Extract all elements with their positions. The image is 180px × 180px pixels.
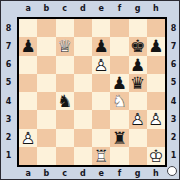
square-d1[interactable]: [74, 147, 92, 165]
coord-label-6: 6: [167, 56, 180, 74]
square-h8[interactable]: [147, 19, 165, 37]
square-e6[interactable]: ♟♙: [92, 56, 110, 74]
coord-label-8: 8: [167, 19, 180, 37]
piece-black-pawn: ♟: [19, 37, 37, 55]
coord-label-5: 5: [167, 74, 180, 92]
coord-label-5: 5: [1, 74, 16, 92]
board: ♟♛♕♟♚♟♟♙♟♟♛♞♞♘♟♙♟♙♟♙♜♜♖♚♔: [17, 17, 167, 167]
square-e4[interactable]: [92, 92, 110, 110]
square-d7[interactable]: [74, 37, 92, 55]
piece-white-king: ♚♔: [147, 147, 165, 165]
square-a6[interactable]: [19, 56, 37, 74]
file-labels-bottom: abcdefgh: [19, 167, 165, 180]
square-c3[interactable]: [56, 110, 74, 128]
coord-label-d: d: [74, 167, 92, 180]
square-h4[interactable]: [147, 92, 165, 110]
square-d3[interactable]: [74, 110, 92, 128]
coord-label-8: 8: [1, 19, 16, 37]
square-g4[interactable]: [129, 92, 147, 110]
coord-label-h: h: [147, 167, 165, 180]
square-e3[interactable]: [92, 110, 110, 128]
square-b7[interactable]: [37, 37, 55, 55]
square-e5[interactable]: [92, 74, 110, 92]
square-a3[interactable]: [19, 110, 37, 128]
square-h5[interactable]: [147, 74, 165, 92]
piece-black-pawn: ♟: [129, 56, 147, 74]
coord-label-c: c: [56, 167, 74, 180]
square-e7[interactable]: ♟: [92, 37, 110, 55]
square-a5[interactable]: [19, 74, 37, 92]
square-d2[interactable]: [74, 129, 92, 147]
coord-label-4: 4: [167, 92, 180, 110]
piece-black-rook: ♜: [110, 129, 128, 147]
square-b4[interactable]: [37, 92, 55, 110]
square-f7[interactable]: [110, 37, 128, 55]
coord-label-b: b: [37, 167, 55, 180]
square-h7[interactable]: ♟: [147, 37, 165, 55]
rank-labels-right: 87654321: [167, 19, 180, 165]
coord-label-f: f: [110, 167, 128, 180]
coord-label-3: 3: [167, 110, 180, 128]
square-c4[interactable]: ♞: [56, 92, 74, 110]
square-g8[interactable]: [129, 19, 147, 37]
square-a4[interactable]: [19, 92, 37, 110]
piece-black-pawn: ♟: [147, 37, 165, 55]
coord-label-a: a: [19, 1, 37, 16]
square-b5[interactable]: [37, 74, 55, 92]
square-f8[interactable]: [110, 19, 128, 37]
square-f6[interactable]: [110, 56, 128, 74]
piece-black-pawn: ♟: [92, 37, 110, 55]
square-h3[interactable]: ♟♙: [147, 110, 165, 128]
coord-label-e: e: [92, 167, 110, 180]
coord-label-3: 3: [1, 110, 16, 128]
square-g3[interactable]: ♟♙: [129, 110, 147, 128]
piece-black-pawn: ♟: [110, 74, 128, 92]
piece-white-knight: ♞♘: [110, 92, 128, 110]
square-f4[interactable]: ♞♘: [110, 92, 128, 110]
square-h1[interactable]: ♚♔: [147, 147, 165, 165]
square-d5[interactable]: [74, 74, 92, 92]
square-b6[interactable]: [37, 56, 55, 74]
square-f2[interactable]: ♜: [110, 129, 128, 147]
square-b8[interactable]: [37, 19, 55, 37]
square-a7[interactable]: ♟: [19, 37, 37, 55]
square-c5[interactable]: [56, 74, 74, 92]
coord-label-e: e: [92, 1, 110, 16]
square-b2[interactable]: [37, 129, 55, 147]
square-b1[interactable]: [37, 147, 55, 165]
square-g7[interactable]: ♚: [129, 37, 147, 55]
square-g2[interactable]: [129, 129, 147, 147]
coord-label-d: d: [74, 1, 92, 16]
square-e2[interactable]: [92, 129, 110, 147]
coord-label-c: c: [56, 1, 74, 16]
coord-label-g: g: [129, 1, 147, 16]
coord-label-g: g: [129, 167, 147, 180]
square-a2[interactable]: ♟♙: [19, 129, 37, 147]
file-labels-top: abcdefgh: [19, 1, 165, 16]
square-c1[interactable]: [56, 147, 74, 165]
square-b3[interactable]: [37, 110, 55, 128]
piece-white-pawn: ♟♙: [19, 129, 37, 147]
square-f3[interactable]: [110, 110, 128, 128]
piece-white-pawn: ♟♙: [92, 56, 110, 74]
coord-label-b: b: [37, 1, 55, 16]
square-f5[interactable]: ♟: [110, 74, 128, 92]
square-c8[interactable]: [56, 19, 74, 37]
square-e1[interactable]: ♜♖: [92, 147, 110, 165]
coord-label-f: f: [110, 1, 128, 16]
piece-black-knight: ♞: [56, 92, 74, 110]
white-to-move-indicator: [167, 166, 177, 176]
square-a1[interactable]: [19, 147, 37, 165]
square-g6[interactable]: ♟: [129, 56, 147, 74]
coord-label-2: 2: [167, 129, 180, 147]
square-d8[interactable]: [74, 19, 92, 37]
square-c7[interactable]: ♛♕: [56, 37, 74, 55]
piece-black-queen: ♛: [129, 74, 147, 92]
coord-label-a: a: [19, 167, 37, 180]
square-g5[interactable]: ♛: [129, 74, 147, 92]
piece-white-pawn: ♟♙: [147, 110, 165, 128]
coord-label-7: 7: [1, 37, 16, 55]
square-c6[interactable]: [56, 56, 74, 74]
square-e8[interactable]: [92, 19, 110, 37]
coord-label-1: 1: [1, 147, 16, 165]
coord-label-2: 2: [1, 129, 16, 147]
coord-label-4: 4: [1, 92, 16, 110]
square-h2[interactable]: [147, 129, 165, 147]
coord-label-1: 1: [167, 147, 180, 165]
coord-label-6: 6: [1, 56, 16, 74]
rank-labels-left: 87654321: [1, 19, 16, 165]
square-c2[interactable]: [56, 129, 74, 147]
piece-black-king: ♚: [129, 37, 147, 55]
square-h6[interactable]: [147, 56, 165, 74]
coord-label-7: 7: [167, 37, 180, 55]
square-d4[interactable]: [74, 92, 92, 110]
piece-white-pawn: ♟♙: [129, 110, 147, 128]
square-a8[interactable]: [19, 19, 37, 37]
piece-white-rook: ♜♖: [92, 147, 110, 165]
coord-label-h: h: [147, 1, 165, 16]
chess-diagram: abcdefgh abcdefgh 87654321 87654321 ♟♛♕♟…: [0, 0, 180, 180]
square-g1[interactable]: [129, 147, 147, 165]
piece-white-queen: ♛♕: [56, 37, 74, 55]
square-f1[interactable]: [110, 147, 128, 165]
square-d6[interactable]: [74, 56, 92, 74]
